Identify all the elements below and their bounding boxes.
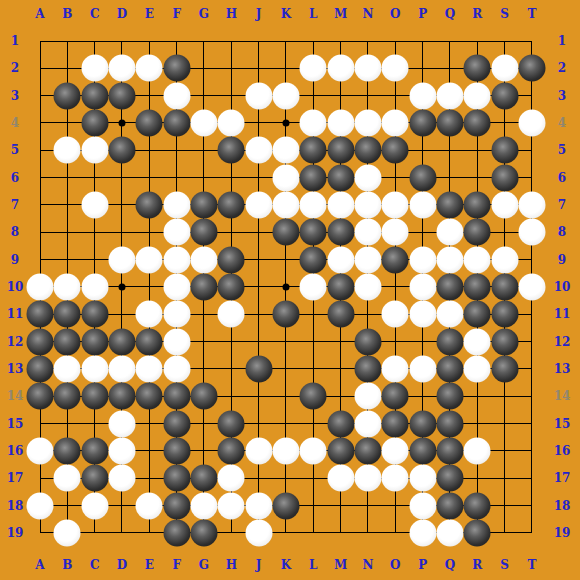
stone-black[interactable] (27, 383, 54, 410)
stone-black[interactable] (272, 301, 299, 328)
stone-white[interactable] (136, 246, 163, 273)
stone-white[interactable] (218, 492, 245, 519)
stone-black[interactable] (491, 137, 518, 164)
stone-white[interactable] (382, 219, 409, 246)
stone-black[interactable] (81, 328, 108, 355)
row-label-right: 3 (558, 90, 566, 102)
stone-white[interactable] (436, 82, 463, 109)
column-label-top: M (334, 8, 347, 20)
stone-white[interactable] (327, 109, 354, 136)
row-label-right: 18 (554, 500, 571, 512)
column-label-top: G (199, 8, 209, 20)
row-label-left: 14 (7, 390, 24, 402)
stone-black[interactable] (108, 137, 135, 164)
stone-white[interactable] (218, 301, 245, 328)
stone-white[interactable] (54, 465, 81, 492)
stone-white[interactable] (245, 82, 272, 109)
stone-white[interactable] (518, 109, 545, 136)
stone-black[interactable] (136, 109, 163, 136)
stone-black[interactable] (327, 437, 354, 464)
column-label-bottom: F (172, 559, 181, 571)
row-label-right: 4 (558, 117, 566, 129)
stone-white[interactable] (108, 465, 135, 492)
stone-black[interactable] (491, 328, 518, 355)
stone-black[interactable] (300, 383, 327, 410)
column-label-bottom: T (528, 559, 537, 571)
stone-white[interactable] (163, 219, 190, 246)
stone-white[interactable] (190, 492, 217, 519)
stone-black[interactable] (327, 301, 354, 328)
row-label-left: 9 (11, 254, 19, 266)
stone-black[interactable] (27, 328, 54, 355)
row-label-right: 14 (554, 390, 571, 402)
stone-black[interactable] (81, 109, 108, 136)
stone-white[interactable] (136, 301, 163, 328)
stone-black[interactable] (382, 246, 409, 273)
row-label-right: 10 (554, 281, 571, 293)
row-label-left: 4 (11, 117, 19, 129)
row-label-left: 12 (7, 336, 24, 348)
stone-black[interactable] (108, 383, 135, 410)
row-label-left: 10 (7, 281, 24, 293)
stone-white[interactable] (354, 273, 381, 300)
stone-black[interactable] (327, 273, 354, 300)
stone-black[interactable] (354, 137, 381, 164)
stone-black[interactable] (382, 383, 409, 410)
row-label-left: 8 (11, 226, 19, 238)
stone-black[interactable] (136, 383, 163, 410)
column-label-bottom: J (256, 559, 262, 571)
stone-black[interactable] (436, 383, 463, 410)
stone-black[interactable] (190, 191, 217, 218)
stone-black[interactable] (190, 273, 217, 300)
column-label-top: O (390, 8, 400, 20)
row-label-left: 17 (7, 472, 24, 484)
column-label-bottom: K (281, 559, 291, 571)
stone-white[interactable] (491, 191, 518, 218)
stone-black[interactable] (327, 137, 354, 164)
stone-white[interactable] (354, 246, 381, 273)
stone-white[interactable] (190, 109, 217, 136)
column-label-top: Q (445, 8, 455, 20)
stone-black[interactable] (163, 383, 190, 410)
stone-black[interactable] (163, 410, 190, 437)
stone-white[interactable] (245, 519, 272, 546)
stone-white[interactable] (300, 109, 327, 136)
stone-white[interactable] (409, 519, 436, 546)
column-label-bottom: S (500, 559, 509, 571)
stone-white[interactable] (245, 437, 272, 464)
stone-white[interactable] (354, 410, 381, 437)
stone-black[interactable] (190, 465, 217, 492)
stone-black[interactable] (218, 246, 245, 273)
stone-white[interactable] (491, 246, 518, 273)
column-label-top: F (172, 8, 181, 20)
stone-white[interactable] (54, 137, 81, 164)
stone-black[interactable] (136, 328, 163, 355)
column-label-bottom: M (334, 559, 347, 571)
stone-white[interactable] (354, 191, 381, 218)
stone-black[interactable] (300, 246, 327, 273)
row-label-right: 7 (558, 199, 566, 211)
stone-white[interactable] (136, 355, 163, 382)
stone-black[interactable] (163, 465, 190, 492)
stone-white[interactable] (108, 55, 135, 82)
stone-black[interactable] (464, 109, 491, 136)
stone-black[interactable] (163, 492, 190, 519)
column-label-top: N (363, 8, 374, 20)
stone-black[interactable] (300, 219, 327, 246)
stone-white[interactable] (436, 301, 463, 328)
stone-white[interactable] (272, 437, 299, 464)
row-label-left: 11 (7, 308, 24, 320)
stone-white[interactable] (108, 246, 135, 273)
row-label-left: 3 (11, 90, 19, 102)
stone-black[interactable] (81, 437, 108, 464)
stone-white[interactable] (218, 465, 245, 492)
stone-black[interactable] (436, 109, 463, 136)
row-label-left: 16 (7, 445, 24, 457)
stone-black[interactable] (354, 355, 381, 382)
row-label-right: 5 (558, 144, 566, 156)
stone-black[interactable] (218, 410, 245, 437)
stone-black[interactable] (464, 519, 491, 546)
row-label-left: 6 (11, 172, 19, 184)
stone-white[interactable] (108, 437, 135, 464)
stone-white[interactable] (81, 273, 108, 300)
stone-black[interactable] (218, 273, 245, 300)
stone-black[interactable] (54, 437, 81, 464)
stone-white[interactable] (354, 465, 381, 492)
star-point (118, 283, 125, 290)
column-label-bottom: R (472, 559, 482, 571)
row-label-right: 16 (554, 445, 571, 457)
stone-white[interactable] (409, 465, 436, 492)
stone-white[interactable] (382, 465, 409, 492)
column-label-top: E (145, 8, 154, 20)
stone-black[interactable] (245, 355, 272, 382)
row-label-left: 2 (11, 62, 19, 74)
stone-white[interactable] (518, 219, 545, 246)
stone-white[interactable] (382, 437, 409, 464)
stone-black[interactable] (54, 383, 81, 410)
stone-black[interactable] (108, 328, 135, 355)
stone-white[interactable] (327, 246, 354, 273)
column-label-bottom: B (62, 559, 72, 571)
stone-white[interactable] (409, 301, 436, 328)
stone-black[interactable] (300, 164, 327, 191)
stone-white[interactable] (81, 137, 108, 164)
column-label-bottom: G (199, 559, 209, 571)
stone-white[interactable] (245, 191, 272, 218)
stone-white[interactable] (163, 82, 190, 109)
stone-white[interactable] (245, 492, 272, 519)
column-label-top: S (500, 8, 509, 20)
stone-white[interactable] (218, 109, 245, 136)
column-label-bottom: O (390, 559, 400, 571)
star-point (118, 119, 125, 126)
stone-black[interactable] (190, 219, 217, 246)
stone-black[interactable] (354, 437, 381, 464)
stone-black[interactable] (382, 410, 409, 437)
stone-black[interactable] (382, 137, 409, 164)
stone-black[interactable] (436, 328, 463, 355)
stone-black[interactable] (518, 55, 545, 82)
stone-black[interactable] (436, 191, 463, 218)
stone-black[interactable] (464, 191, 491, 218)
column-label-bottom: N (363, 559, 374, 571)
row-label-right: 6 (558, 172, 566, 184)
stone-white[interactable] (272, 137, 299, 164)
stone-white[interactable] (436, 519, 463, 546)
column-label-bottom: L (309, 559, 317, 571)
stone-black[interactable] (163, 437, 190, 464)
column-label-bottom: A (35, 559, 44, 571)
stone-black[interactable] (409, 109, 436, 136)
column-label-top: L (309, 8, 317, 20)
stone-black[interactable] (409, 410, 436, 437)
stone-white[interactable] (300, 191, 327, 218)
stone-black[interactable] (218, 437, 245, 464)
go-board[interactable]: AABBCCDDEEFFGGHHJJKKLLMMNNOOPPQQRRSSTT11… (0, 0, 580, 580)
stone-black[interactable] (464, 492, 491, 519)
stone-white[interactable] (464, 437, 491, 464)
stone-white[interactable] (409, 492, 436, 519)
row-label-right: 1 (558, 35, 566, 47)
column-label-top: K (281, 8, 291, 20)
stone-black[interactable] (436, 355, 463, 382)
stone-black[interactable] (300, 137, 327, 164)
column-label-bottom: H (226, 559, 237, 571)
stone-white[interactable] (27, 492, 54, 519)
stone-black[interactable] (136, 191, 163, 218)
stone-white[interactable] (409, 82, 436, 109)
stone-white[interactable] (327, 55, 354, 82)
row-label-left: 5 (11, 144, 19, 156)
stone-white[interactable] (382, 355, 409, 382)
column-label-top: D (117, 8, 127, 20)
column-label-top: J (256, 8, 262, 20)
stone-white[interactable] (327, 191, 354, 218)
stone-black[interactable] (190, 383, 217, 410)
stone-black[interactable] (81, 301, 108, 328)
stone-black[interactable] (81, 465, 108, 492)
stone-white[interactable] (163, 301, 190, 328)
stone-white[interactable] (272, 82, 299, 109)
column-label-bottom: Q (445, 559, 455, 571)
stone-white[interactable] (382, 191, 409, 218)
star-point (282, 119, 289, 126)
column-label-top: R (472, 8, 482, 20)
stone-white[interactable] (382, 109, 409, 136)
stone-white[interactable] (354, 55, 381, 82)
stone-black[interactable] (491, 164, 518, 191)
stone-white[interactable] (409, 191, 436, 218)
stone-white[interactable] (354, 219, 381, 246)
row-label-right: 8 (558, 226, 566, 238)
row-label-right: 17 (554, 472, 571, 484)
stone-black[interactable] (327, 219, 354, 246)
column-label-bottom: D (117, 559, 127, 571)
stone-white[interactable] (108, 355, 135, 382)
row-label-left: 19 (7, 527, 24, 539)
stone-black[interactable] (27, 301, 54, 328)
row-label-left: 13 (7, 363, 24, 375)
stone-white[interactable] (272, 164, 299, 191)
stone-black[interactable] (436, 465, 463, 492)
row-label-left: 18 (7, 500, 24, 512)
stone-black[interactable] (409, 437, 436, 464)
stone-black[interactable] (354, 328, 381, 355)
stone-white[interactable] (354, 383, 381, 410)
column-label-bottom: C (90, 559, 100, 571)
stone-white[interactable] (354, 109, 381, 136)
stone-black[interactable] (54, 301, 81, 328)
row-label-right: 2 (558, 62, 566, 74)
stone-white[interactable] (163, 191, 190, 218)
stone-black[interactable] (218, 191, 245, 218)
stone-black[interactable] (491, 273, 518, 300)
stone-black[interactable] (436, 437, 463, 464)
stone-white[interactable] (81, 55, 108, 82)
stone-white[interactable] (327, 465, 354, 492)
stone-white[interactable] (190, 246, 217, 273)
stone-white[interactable] (436, 246, 463, 273)
stone-white[interactable] (354, 164, 381, 191)
stone-white[interactable] (300, 273, 327, 300)
stone-black[interactable] (409, 164, 436, 191)
column-label-top: C (90, 8, 100, 20)
stone-black[interactable] (54, 82, 81, 109)
stone-black[interactable] (163, 55, 190, 82)
stone-white[interactable] (163, 328, 190, 355)
stone-white[interactable] (136, 55, 163, 82)
stone-black[interactable] (163, 109, 190, 136)
stone-white[interactable] (518, 191, 545, 218)
stone-white[interactable] (27, 437, 54, 464)
stone-white[interactable] (409, 246, 436, 273)
stone-white[interactable] (409, 273, 436, 300)
stone-white[interactable] (300, 437, 327, 464)
stone-black[interactable] (218, 137, 245, 164)
stone-black[interactable] (163, 519, 190, 546)
stone-black[interactable] (464, 301, 491, 328)
stone-white[interactable] (436, 219, 463, 246)
stone-black[interactable] (491, 301, 518, 328)
star-point (282, 283, 289, 290)
stone-black[interactable] (327, 164, 354, 191)
row-label-right: 11 (554, 308, 571, 320)
stone-white[interactable] (464, 328, 491, 355)
stone-white[interactable] (54, 273, 81, 300)
stone-white[interactable] (54, 519, 81, 546)
row-label-right: 12 (554, 336, 571, 348)
column-label-bottom: E (145, 559, 154, 571)
stone-black[interactable] (464, 273, 491, 300)
stone-white[interactable] (81, 492, 108, 519)
row-label-left: 1 (11, 35, 19, 47)
column-label-top: B (62, 8, 72, 20)
stone-white[interactable] (464, 246, 491, 273)
stone-black[interactable] (464, 219, 491, 246)
stone-white[interactable] (108, 410, 135, 437)
stone-white[interactable] (245, 137, 272, 164)
stone-white[interactable] (163, 273, 190, 300)
stone-white[interactable] (491, 55, 518, 82)
stone-white[interactable] (409, 355, 436, 382)
row-label-left: 7 (11, 199, 19, 211)
stone-white[interactable] (163, 355, 190, 382)
stone-white[interactable] (382, 55, 409, 82)
stone-white[interactable] (136, 492, 163, 519)
column-label-bottom: P (418, 559, 427, 571)
stone-white[interactable] (272, 191, 299, 218)
stone-white[interactable] (464, 82, 491, 109)
row-label-right: 19 (554, 527, 571, 539)
stone-black[interactable] (327, 410, 354, 437)
stone-white[interactable] (300, 55, 327, 82)
row-label-right: 15 (554, 418, 571, 430)
stone-black[interactable] (190, 519, 217, 546)
row-label-right: 9 (558, 254, 566, 266)
stone-black[interactable] (436, 410, 463, 437)
stone-white[interactable] (27, 273, 54, 300)
stone-black[interactable] (464, 55, 491, 82)
stone-white[interactable] (54, 355, 81, 382)
column-label-top: A (35, 8, 44, 20)
stone-white[interactable] (382, 301, 409, 328)
stone-white[interactable] (464, 355, 491, 382)
stone-black[interactable] (81, 383, 108, 410)
stone-white[interactable] (163, 246, 190, 273)
stone-black[interactable] (436, 273, 463, 300)
column-label-top: H (226, 8, 237, 20)
column-label-top: T (528, 8, 537, 20)
stone-black[interactable] (491, 82, 518, 109)
stone-white[interactable] (81, 191, 108, 218)
stone-white[interactable] (518, 273, 545, 300)
stone-black[interactable] (108, 82, 135, 109)
stone-black[interactable] (27, 355, 54, 382)
stone-black[interactable] (81, 82, 108, 109)
row-label-left: 15 (7, 418, 24, 430)
column-label-top: P (418, 8, 427, 20)
stone-black[interactable] (272, 492, 299, 519)
row-label-right: 13 (554, 363, 571, 375)
stone-black[interactable] (54, 328, 81, 355)
stone-black[interactable] (491, 355, 518, 382)
stone-black[interactable] (436, 492, 463, 519)
stone-white[interactable] (81, 355, 108, 382)
stone-black[interactable] (272, 219, 299, 246)
